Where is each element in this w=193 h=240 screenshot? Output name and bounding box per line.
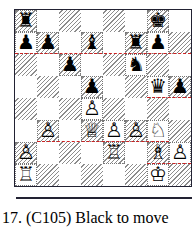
black-pawn: ♟ [39,32,57,53]
white-pawn: ♙ [83,98,101,119]
puzzle-diagram: ♜♚♟♟♝♜♟♟♞♟♛♟♙♙♕♙♙♘♙♖♗♙♖♔ 17. (C105) Blac… [0,0,193,240]
square-c1[interactable] [59,164,81,186]
square-c6[interactable]: ♟ [59,54,81,76]
square-h8[interactable] [169,10,191,32]
square-h6[interactable] [169,54,191,76]
square-c5[interactable] [59,76,81,98]
square-b6[interactable] [37,54,59,76]
black-rook: ♜ [127,32,145,53]
white-pawn: ♙ [17,142,35,163]
black-pawn: ♟ [83,76,101,97]
square-b1[interactable] [37,164,59,186]
black-pawn: ♟ [149,32,167,53]
square-f3[interactable]: ♙ [125,120,147,142]
square-a1[interactable]: ♖ [15,164,37,186]
chess-board: ♜♚♟♟♝♜♟♟♞♟♛♟♙♙♕♙♙♘♙♖♗♙♖♔ [14,9,192,187]
square-d4[interactable]: ♙ [81,98,103,120]
black-queen: ♛ [149,76,167,97]
white-bishop: ♗ [149,142,167,163]
square-d1[interactable] [81,164,103,186]
square-a7[interactable]: ♟ [15,32,37,54]
white-rook: ♖ [17,164,35,185]
square-g6[interactable] [147,54,169,76]
white-queen: ♕ [83,120,101,141]
square-e7[interactable] [103,32,125,54]
square-a3[interactable] [15,120,37,142]
square-d5[interactable]: ♟ [81,76,103,98]
white-pawn: ♙ [171,142,189,163]
square-g4[interactable] [147,98,169,120]
square-f1[interactable] [125,164,147,186]
square-a4[interactable] [15,98,37,120]
black-knight: ♞ [127,54,145,75]
square-e6[interactable] [103,54,125,76]
black-bishop: ♝ [83,32,101,53]
square-d7[interactable]: ♝ [81,32,103,54]
square-e1[interactable] [103,164,125,186]
square-h4[interactable] [169,98,191,120]
square-h7[interactable] [169,32,191,54]
square-e4[interactable] [103,98,125,120]
square-g7[interactable]: ♟ [147,32,169,54]
board-bottom-rule [16,197,192,199]
square-b3[interactable]: ♙ [37,120,59,142]
puzzle-caption: 17. (C105) Black to move [2,209,192,227]
white-king: ♔ [149,164,167,185]
square-e5[interactable] [103,76,125,98]
square-c8[interactable] [59,10,81,32]
square-h5[interactable]: ♟ [169,76,191,98]
white-pawn: ♙ [39,120,57,141]
square-f2[interactable] [125,142,147,164]
white-rook: ♖ [105,142,123,163]
square-e3[interactable]: ♙ [103,120,125,142]
white-knight: ♘ [149,120,167,141]
square-e8[interactable] [103,10,125,32]
white-pawn: ♙ [127,120,145,141]
white-pawn: ♙ [105,120,123,141]
black-king: ♚ [149,10,167,31]
square-b8[interactable] [37,10,59,32]
square-c7[interactable] [59,32,81,54]
square-g3[interactable]: ♘ [147,120,169,142]
square-f8[interactable] [125,10,147,32]
square-g8[interactable]: ♚ [147,10,169,32]
square-b7[interactable]: ♟ [37,32,59,54]
square-d8[interactable] [81,10,103,32]
square-d2[interactable] [81,142,103,164]
square-h2[interactable]: ♙ [169,142,191,164]
square-g5[interactable]: ♛ [147,76,169,98]
square-c4[interactable] [59,98,81,120]
square-e2[interactable]: ♖ [103,142,125,164]
black-pawn: ♟ [17,32,35,53]
black-pawn: ♟ [61,54,79,75]
square-g2[interactable]: ♗ [147,142,169,164]
square-b5[interactable] [37,76,59,98]
square-a8[interactable]: ♜ [15,10,37,32]
black-rook: ♜ [17,10,35,31]
square-c3[interactable] [59,120,81,142]
square-d6[interactable] [81,54,103,76]
square-c2[interactable] [59,142,81,164]
square-f6[interactable]: ♞ [125,54,147,76]
square-h3[interactable] [169,120,191,142]
square-b4[interactable] [37,98,59,120]
square-f5[interactable] [125,76,147,98]
square-b2[interactable] [37,142,59,164]
square-a6[interactable] [15,54,37,76]
black-pawn: ♟ [171,76,189,97]
square-f7[interactable]: ♜ [125,32,147,54]
square-d3[interactable]: ♕ [81,120,103,142]
square-f4[interactable] [125,98,147,120]
square-h1[interactable] [169,164,191,186]
square-a5[interactable] [15,76,37,98]
square-a2[interactable]: ♙ [15,142,37,164]
square-g1[interactable]: ♔ [147,164,169,186]
